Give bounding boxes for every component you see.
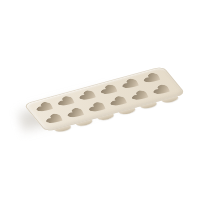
heart-mold-cavity	[34, 101, 57, 113]
heart-mold-cavity	[44, 113, 67, 125]
heart-mold-cavity	[109, 96, 132, 108]
heart-mold-cavity	[77, 90, 100, 102]
heart-mold-cavity	[151, 84, 174, 96]
heart-mold-cavity	[130, 90, 153, 102]
tray-top-surface	[23, 66, 186, 132]
heart-mold-cavity	[56, 96, 79, 108]
ice-cube-tray	[23, 66, 186, 132]
heart-mold-cavity	[87, 102, 110, 114]
heart-mold-cavity	[66, 107, 89, 119]
heart-mold-cavity	[120, 78, 143, 90]
heart-mold-cavity	[99, 84, 122, 96]
product-photo	[0, 0, 200, 200]
heart-mold-cavity	[142, 72, 165, 84]
